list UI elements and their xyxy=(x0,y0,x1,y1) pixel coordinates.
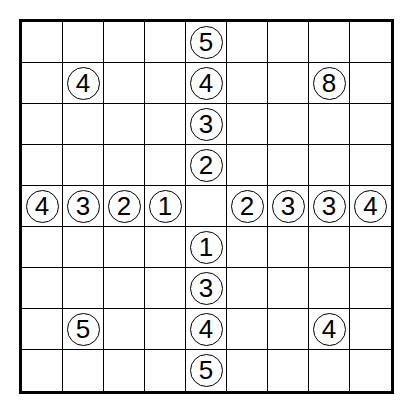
cell-r5c7: 3 xyxy=(268,186,309,227)
cell-r1c4[interactable] xyxy=(145,22,186,63)
clue-circle: 4 xyxy=(190,67,223,100)
cell-r2c9[interactable] xyxy=(350,63,391,104)
cell-r9c3[interactable] xyxy=(104,350,145,391)
cell-r7c5: 3 xyxy=(186,268,227,309)
cell-r4c5: 2 xyxy=(186,145,227,186)
cell-r6c9[interactable] xyxy=(350,227,391,268)
cell-r5c2: 3 xyxy=(63,186,104,227)
clue-circle: 8 xyxy=(313,67,346,100)
cell-r9c4[interactable] xyxy=(145,350,186,391)
puzzle-page: 54483243212334135445 xyxy=(0,0,413,413)
cell-r5c4: 1 xyxy=(145,186,186,227)
cell-r9c7[interactable] xyxy=(268,350,309,391)
cell-r5c6: 2 xyxy=(227,186,268,227)
clue-circle: 4 xyxy=(67,67,100,100)
cell-r8c7[interactable] xyxy=(268,309,309,350)
clue-circle: 4 xyxy=(190,313,223,346)
cell-r9c9[interactable] xyxy=(350,350,391,391)
clue-circle: 3 xyxy=(313,190,346,223)
cell-r6c4[interactable] xyxy=(145,227,186,268)
clue-circle: 2 xyxy=(190,149,223,182)
clue-circle: 2 xyxy=(231,190,264,223)
cell-r4c6[interactable] xyxy=(227,145,268,186)
clue-circle: 4 xyxy=(26,190,59,223)
cell-r1c9[interactable] xyxy=(350,22,391,63)
clue-circle: 3 xyxy=(67,190,100,223)
puzzle-board: 54483243212334135445 xyxy=(19,19,394,394)
cell-r1c7[interactable] xyxy=(268,22,309,63)
cell-r7c6[interactable] xyxy=(227,268,268,309)
cell-r7c8[interactable] xyxy=(309,268,350,309)
cell-r1c2[interactable] xyxy=(63,22,104,63)
cell-r3c8[interactable] xyxy=(309,104,350,145)
cell-r3c4[interactable] xyxy=(145,104,186,145)
cell-r2c2: 4 xyxy=(63,63,104,104)
cell-r6c6[interactable] xyxy=(227,227,268,268)
cell-r2c4[interactable] xyxy=(145,63,186,104)
cell-r2c3[interactable] xyxy=(104,63,145,104)
cell-r9c6[interactable] xyxy=(227,350,268,391)
cell-r2c6[interactable] xyxy=(227,63,268,104)
cell-r3c3[interactable] xyxy=(104,104,145,145)
cell-r9c8[interactable] xyxy=(309,350,350,391)
cell-r7c3[interactable] xyxy=(104,268,145,309)
cell-r4c1[interactable] xyxy=(22,145,63,186)
cell-r7c2[interactable] xyxy=(63,268,104,309)
clue-circle: 5 xyxy=(67,313,100,346)
cell-r6c7[interactable] xyxy=(268,227,309,268)
cell-r1c8[interactable] xyxy=(309,22,350,63)
cell-r1c1[interactable] xyxy=(22,22,63,63)
cell-r2c5: 4 xyxy=(186,63,227,104)
cell-r6c3[interactable] xyxy=(104,227,145,268)
cell-r2c7[interactable] xyxy=(268,63,309,104)
cell-r3c6[interactable] xyxy=(227,104,268,145)
cell-r6c2[interactable] xyxy=(63,227,104,268)
clue-circle: 1 xyxy=(190,231,223,264)
cell-r6c5: 1 xyxy=(186,227,227,268)
clue-circle: 4 xyxy=(354,190,387,223)
cell-r1c6[interactable] xyxy=(227,22,268,63)
clue-circle: 5 xyxy=(190,26,223,59)
cell-r2c1[interactable] xyxy=(22,63,63,104)
cell-r8c4[interactable] xyxy=(145,309,186,350)
cell-r8c6[interactable] xyxy=(227,309,268,350)
cell-r1c5: 5 xyxy=(186,22,227,63)
cell-r5c3: 2 xyxy=(104,186,145,227)
cell-r8c3[interactable] xyxy=(104,309,145,350)
cell-r3c1[interactable] xyxy=(22,104,63,145)
cell-r4c2[interactable] xyxy=(63,145,104,186)
clue-circle: 3 xyxy=(272,190,305,223)
clue-circle: 3 xyxy=(190,272,223,305)
clue-circle: 2 xyxy=(108,190,141,223)
cell-r5c1: 4 xyxy=(22,186,63,227)
cell-r7c7[interactable] xyxy=(268,268,309,309)
clue-circle: 1 xyxy=(149,190,182,223)
cell-r8c9[interactable] xyxy=(350,309,391,350)
cell-r5c9: 4 xyxy=(350,186,391,227)
cell-r7c9[interactable] xyxy=(350,268,391,309)
cell-r8c5: 4 xyxy=(186,309,227,350)
clue-circle: 5 xyxy=(190,354,223,387)
clue-circle: 4 xyxy=(313,313,346,346)
cell-r7c4[interactable] xyxy=(145,268,186,309)
cell-r5c8: 3 xyxy=(309,186,350,227)
cell-r3c9[interactable] xyxy=(350,104,391,145)
cell-r8c8: 4 xyxy=(309,309,350,350)
cell-r5c5[interactable] xyxy=(186,186,227,227)
cell-r8c1[interactable] xyxy=(22,309,63,350)
cell-r4c7[interactable] xyxy=(268,145,309,186)
cell-r4c3[interactable] xyxy=(104,145,145,186)
cell-r1c3[interactable] xyxy=(104,22,145,63)
cell-r3c5: 3 xyxy=(186,104,227,145)
clue-circle: 3 xyxy=(190,108,223,141)
cell-r6c8[interactable] xyxy=(309,227,350,268)
cell-r3c2[interactable] xyxy=(63,104,104,145)
cell-r4c8[interactable] xyxy=(309,145,350,186)
cell-r8c2: 5 xyxy=(63,309,104,350)
cell-r6c1[interactable] xyxy=(22,227,63,268)
cell-r3c7[interactable] xyxy=(268,104,309,145)
cell-r9c5: 5 xyxy=(186,350,227,391)
cell-r4c4[interactable] xyxy=(145,145,186,186)
cell-r4c9[interactable] xyxy=(350,145,391,186)
cell-r9c2[interactable] xyxy=(63,350,104,391)
cell-r2c8: 8 xyxy=(309,63,350,104)
cell-r7c1[interactable] xyxy=(22,268,63,309)
cell-r9c1[interactable] xyxy=(22,350,63,391)
